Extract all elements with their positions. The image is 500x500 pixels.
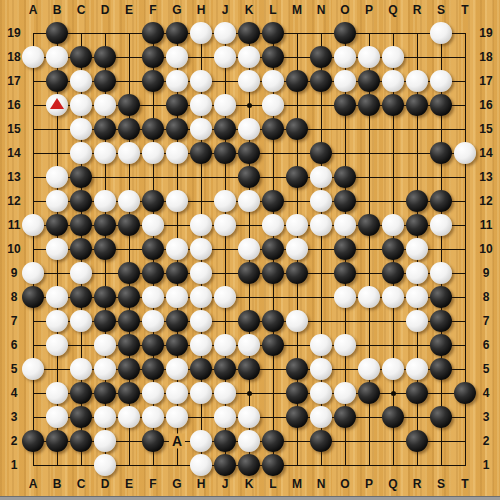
white-stone-B4[interactable]	[46, 382, 68, 404]
coord-col-bottom-R: R	[413, 477, 422, 491]
black-stone-O13[interactable]	[334, 166, 356, 188]
coord-col-top-N: N	[317, 3, 326, 17]
white-stone-P8[interactable]	[358, 286, 380, 308]
go-board[interactable]: A ABCDEFGHJKLMNOPQRST ABCDEFGHJKLMNOPQRS…	[0, 0, 500, 500]
white-stone-R8[interactable]	[406, 286, 428, 308]
black-stone-S6[interactable]	[430, 334, 452, 356]
white-stone-G12[interactable]	[166, 190, 188, 212]
black-stone-K19[interactable]	[238, 22, 260, 44]
white-stone-B8[interactable]	[46, 286, 68, 308]
black-stone-O9[interactable]	[334, 262, 356, 284]
white-stone-A11[interactable]	[22, 214, 44, 236]
white-stone-S11[interactable]	[430, 214, 452, 236]
white-stone-O6[interactable]	[334, 334, 356, 356]
white-stone-J16[interactable]	[214, 94, 236, 116]
white-stone-R10[interactable]	[406, 238, 428, 260]
black-stone-P16[interactable]	[358, 94, 380, 116]
white-stone-S17[interactable]	[430, 70, 452, 92]
black-stone-S14[interactable]	[430, 142, 452, 164]
white-stone-H8[interactable]	[190, 286, 212, 308]
coord-row-right-6: 6	[483, 338, 490, 352]
coord-row-left-14: 14	[7, 146, 20, 160]
black-stone-N18[interactable]	[310, 46, 332, 68]
coord-col-bottom-H: H	[197, 477, 206, 491]
white-stone-D6[interactable]	[94, 334, 116, 356]
white-stone-L16[interactable]	[262, 94, 284, 116]
star-point	[391, 391, 396, 396]
black-stone-K1[interactable]	[238, 454, 260, 476]
coord-col-bottom-J: J	[222, 477, 229, 491]
black-stone-P17[interactable]	[358, 70, 380, 92]
black-stone-L9[interactable]	[262, 262, 284, 284]
black-stone-C2[interactable]	[70, 430, 92, 452]
point-label-A[interactable]: A	[169, 434, 185, 449]
white-stone-A9[interactable]	[22, 262, 44, 284]
black-stone-E11[interactable]	[118, 214, 140, 236]
black-stone-O16[interactable]	[334, 94, 356, 116]
white-stone-Q17[interactable]	[382, 70, 404, 92]
coord-row-right-2: 2	[483, 434, 490, 448]
black-stone-N2[interactable]	[310, 430, 332, 452]
white-stone-L17[interactable]	[262, 70, 284, 92]
white-stone-P5[interactable]	[358, 358, 380, 380]
black-stone-J5[interactable]	[214, 358, 236, 380]
coord-row-left-7: 7	[11, 314, 18, 328]
black-stone-R16[interactable]	[406, 94, 428, 116]
black-stone-F19[interactable]	[142, 22, 164, 44]
white-stone-N12[interactable]	[310, 190, 332, 212]
coord-col-bottom-F: F	[149, 477, 156, 491]
white-stone-K10[interactable]	[238, 238, 260, 260]
white-stone-N4[interactable]	[310, 382, 332, 404]
white-stone-N13[interactable]	[310, 166, 332, 188]
black-stone-G6[interactable]	[166, 334, 188, 356]
coord-row-right-3: 3	[483, 410, 490, 424]
white-stone-K3[interactable]	[238, 406, 260, 428]
coord-col-bottom-O: O	[340, 477, 349, 491]
black-stone-N14[interactable]	[310, 142, 332, 164]
black-stone-P4[interactable]	[358, 382, 380, 404]
white-stone-N3[interactable]	[310, 406, 332, 428]
black-stone-E6[interactable]	[118, 334, 140, 356]
white-stone-D2[interactable]	[94, 430, 116, 452]
black-stone-M5[interactable]	[286, 358, 308, 380]
white-stone-D5[interactable]	[94, 358, 116, 380]
white-stone-B12[interactable]	[46, 190, 68, 212]
coord-row-right-9: 9	[483, 266, 490, 280]
black-stone-C8[interactable]	[70, 286, 92, 308]
coord-row-right-5: 5	[483, 362, 490, 376]
white-stone-O4[interactable]	[334, 382, 356, 404]
black-stone-D10[interactable]	[94, 238, 116, 260]
coord-row-right-19: 19	[479, 26, 492, 40]
black-stone-C18[interactable]	[70, 46, 92, 68]
coord-row-left-18: 18	[7, 50, 20, 64]
black-stone-J15[interactable]	[214, 118, 236, 140]
white-stone-M11[interactable]	[286, 214, 308, 236]
coord-col-top-B: B	[53, 3, 62, 17]
black-stone-S7[interactable]	[430, 310, 452, 332]
black-stone-L10[interactable]	[262, 238, 284, 260]
white-stone-D12[interactable]	[94, 190, 116, 212]
black-stone-H14[interactable]	[190, 142, 212, 164]
black-stone-E7[interactable]	[118, 310, 140, 332]
coord-row-left-8: 8	[11, 290, 18, 304]
black-stone-E8[interactable]	[118, 286, 140, 308]
white-stone-K2[interactable]	[238, 430, 260, 452]
coord-col-top-M: M	[292, 3, 302, 17]
white-stone-K18[interactable]	[238, 46, 260, 68]
black-stone-C4[interactable]	[70, 382, 92, 404]
white-stone-S19[interactable]	[430, 22, 452, 44]
black-stone-T4[interactable]	[454, 382, 476, 404]
black-stone-L18[interactable]	[262, 46, 284, 68]
coord-col-top-C: C	[77, 3, 86, 17]
black-stone-K7[interactable]	[238, 310, 260, 332]
coord-row-left-19: 19	[7, 26, 20, 40]
white-stone-S9[interactable]	[430, 262, 452, 284]
black-stone-K14[interactable]	[238, 142, 260, 164]
black-stone-A8[interactable]	[22, 286, 44, 308]
coord-row-left-17: 17	[7, 74, 20, 88]
coord-col-bottom-S: S	[437, 477, 445, 491]
coord-row-left-3: 3	[11, 410, 18, 424]
coord-row-right-14: 14	[479, 146, 492, 160]
black-stone-Q10[interactable]	[382, 238, 404, 260]
white-stone-K17[interactable]	[238, 70, 260, 92]
coord-row-right-1: 1	[483, 458, 490, 472]
black-stone-A2[interactable]	[22, 430, 44, 452]
coord-col-bottom-L: L	[269, 477, 276, 491]
coord-col-top-S: S	[437, 3, 445, 17]
black-stone-O19[interactable]	[334, 22, 356, 44]
coord-col-bottom-Q: Q	[388, 477, 397, 491]
coord-row-right-8: 8	[483, 290, 490, 304]
white-stone-H6[interactable]	[190, 334, 212, 356]
black-stone-K9[interactable]	[238, 262, 260, 284]
triangle-marker-last-move	[50, 98, 64, 109]
white-stone-J4[interactable]	[214, 382, 236, 404]
black-stone-B17[interactable]	[46, 70, 68, 92]
white-stone-A18[interactable]	[22, 46, 44, 68]
coord-col-bottom-G: G	[172, 477, 181, 491]
white-stone-M7[interactable]	[286, 310, 308, 332]
coord-row-left-2: 2	[11, 434, 18, 448]
white-stone-C7[interactable]	[70, 310, 92, 332]
white-stone-F14[interactable]	[142, 142, 164, 164]
coord-row-left-10: 10	[7, 242, 20, 256]
black-stone-E5[interactable]	[118, 358, 140, 380]
black-stone-G7[interactable]	[166, 310, 188, 332]
coord-row-left-11: 11	[8, 218, 21, 232]
white-stone-G4[interactable]	[166, 382, 188, 404]
coord-row-right-15: 15	[479, 122, 492, 136]
coord-col-top-P: P	[365, 3, 373, 17]
white-stone-F8[interactable]	[142, 286, 164, 308]
white-stone-F4[interactable]	[142, 382, 164, 404]
black-stone-F12[interactable]	[142, 190, 164, 212]
black-stone-S5[interactable]	[430, 358, 452, 380]
white-stone-F11[interactable]	[142, 214, 164, 236]
black-stone-S8[interactable]	[430, 286, 452, 308]
white-stone-P18[interactable]	[358, 46, 380, 68]
black-stone-D11[interactable]	[94, 214, 116, 236]
black-stone-J2[interactable]	[214, 430, 236, 452]
white-stone-H17[interactable]	[190, 70, 212, 92]
white-stone-O8[interactable]	[334, 286, 356, 308]
black-stone-F9[interactable]	[142, 262, 164, 284]
black-stone-B11[interactable]	[46, 214, 68, 236]
go-game-screenshot: A ABCDEFGHJKLMNOPQRST ABCDEFGHJKLMNOPQRS…	[0, 0, 500, 500]
white-stone-F7[interactable]	[142, 310, 164, 332]
white-stone-J18[interactable]	[214, 46, 236, 68]
coord-col-top-J: J	[222, 3, 229, 17]
white-stone-F3[interactable]	[142, 406, 164, 428]
coord-col-bottom-E: E	[125, 477, 133, 491]
white-stone-Q5[interactable]	[382, 358, 404, 380]
coord-row-right-13: 13	[479, 170, 492, 184]
black-stone-S16[interactable]	[430, 94, 452, 116]
white-stone-Q11[interactable]	[382, 214, 404, 236]
white-stone-R9[interactable]	[406, 262, 428, 284]
white-stone-H16[interactable]	[190, 94, 212, 116]
white-stone-K15[interactable]	[238, 118, 260, 140]
white-stone-G3[interactable]	[166, 406, 188, 428]
white-stone-H19[interactable]	[190, 22, 212, 44]
black-stone-F17[interactable]	[142, 70, 164, 92]
coord-col-top-G: G	[172, 3, 181, 17]
black-stone-N17[interactable]	[310, 70, 332, 92]
coord-row-left-15: 15	[7, 122, 20, 136]
black-stone-O3[interactable]	[334, 406, 356, 428]
coord-row-right-18: 18	[479, 50, 492, 64]
black-stone-G9[interactable]	[166, 262, 188, 284]
white-stone-J6[interactable]	[214, 334, 236, 356]
coord-row-right-4: 4	[483, 386, 490, 400]
black-stone-R11[interactable]	[406, 214, 428, 236]
white-stone-G17[interactable]	[166, 70, 188, 92]
coord-col-bottom-K: K	[245, 477, 254, 491]
coord-col-bottom-A: A	[29, 477, 38, 491]
black-stone-E4[interactable]	[118, 382, 140, 404]
black-stone-G16[interactable]	[166, 94, 188, 116]
white-stone-Q18[interactable]	[382, 46, 404, 68]
white-stone-C17[interactable]	[70, 70, 92, 92]
white-stone-D14[interactable]	[94, 142, 116, 164]
white-stone-G5[interactable]	[166, 358, 188, 380]
black-stone-G15[interactable]	[166, 118, 188, 140]
black-stone-L7[interactable]	[262, 310, 284, 332]
white-stone-C14[interactable]	[70, 142, 92, 164]
black-stone-L15[interactable]	[262, 118, 284, 140]
black-stone-B19[interactable]	[46, 22, 68, 44]
white-stone-L11[interactable]	[262, 214, 284, 236]
coord-col-top-K: K	[245, 3, 254, 17]
white-stone-H4[interactable]	[190, 382, 212, 404]
white-stone-C5[interactable]	[70, 358, 92, 380]
white-stone-R7[interactable]	[406, 310, 428, 332]
white-stone-H15[interactable]	[190, 118, 212, 140]
black-stone-R12[interactable]	[406, 190, 428, 212]
black-stone-L19[interactable]	[262, 22, 284, 44]
coord-row-left-4: 4	[11, 386, 18, 400]
coord-row-left-5: 5	[11, 362, 18, 376]
board-bottom-edge	[0, 496, 500, 500]
white-stone-G18[interactable]	[166, 46, 188, 68]
coord-col-top-L: L	[269, 3, 276, 17]
white-stone-M10[interactable]	[286, 238, 308, 260]
black-stone-M17[interactable]	[286, 70, 308, 92]
white-stone-N11[interactable]	[310, 214, 332, 236]
white-stone-D3[interactable]	[94, 406, 116, 428]
black-stone-E15[interactable]	[118, 118, 140, 140]
coord-row-left-13: 13	[7, 170, 20, 184]
black-stone-M3[interactable]	[286, 406, 308, 428]
black-stone-Q9[interactable]	[382, 262, 404, 284]
black-stone-M9[interactable]	[286, 262, 308, 284]
black-stone-D17[interactable]	[94, 70, 116, 92]
black-stone-G19[interactable]	[166, 22, 188, 44]
black-stone-F5[interactable]	[142, 358, 164, 380]
black-stone-M4[interactable]	[286, 382, 308, 404]
white-stone-T14[interactable]	[454, 142, 476, 164]
coord-row-right-17: 17	[479, 74, 492, 88]
white-stone-O18[interactable]	[334, 46, 356, 68]
white-stone-C16[interactable]	[70, 94, 92, 116]
coord-col-top-T: T	[461, 3, 468, 17]
black-stone-C11[interactable]	[70, 214, 92, 236]
white-stone-G10[interactable]	[166, 238, 188, 260]
white-stone-B18[interactable]	[46, 46, 68, 68]
white-stone-H9[interactable]	[190, 262, 212, 284]
black-stone-F18[interactable]	[142, 46, 164, 68]
white-stone-E3[interactable]	[118, 406, 140, 428]
coord-row-left-6: 6	[11, 338, 18, 352]
white-stone-E12[interactable]	[118, 190, 140, 212]
black-stone-F10[interactable]	[142, 238, 164, 260]
black-stone-Q3[interactable]	[382, 406, 404, 428]
coord-row-right-7: 7	[483, 314, 490, 328]
white-stone-E14[interactable]	[118, 142, 140, 164]
white-stone-H2[interactable]	[190, 430, 212, 452]
white-stone-K12[interactable]	[238, 190, 260, 212]
coord-col-bottom-B: B	[53, 477, 62, 491]
black-stone-D18[interactable]	[94, 46, 116, 68]
black-stone-O10[interactable]	[334, 238, 356, 260]
white-stone-C15[interactable]	[70, 118, 92, 140]
white-stone-G8[interactable]	[166, 286, 188, 308]
white-stone-H1[interactable]	[190, 454, 212, 476]
black-stone-S12[interactable]	[430, 190, 452, 212]
black-stone-C3[interactable]	[70, 406, 92, 428]
black-stone-K5[interactable]	[238, 358, 260, 380]
white-stone-J12[interactable]	[214, 190, 236, 212]
white-stone-H11[interactable]	[190, 214, 212, 236]
coord-row-left-16: 16	[7, 98, 20, 112]
white-stone-A5[interactable]	[22, 358, 44, 380]
black-stone-O12[interactable]	[334, 190, 356, 212]
black-stone-B2[interactable]	[46, 430, 68, 452]
white-stone-N5[interactable]	[310, 358, 332, 380]
black-stone-M13[interactable]	[286, 166, 308, 188]
white-stone-H10[interactable]	[190, 238, 212, 260]
coord-col-top-A: A	[29, 3, 38, 17]
black-stone-L1[interactable]	[262, 454, 284, 476]
black-stone-C12[interactable]	[70, 190, 92, 212]
white-stone-Q8[interactable]	[382, 286, 404, 308]
black-stone-F15[interactable]	[142, 118, 164, 140]
white-stone-R5[interactable]	[406, 358, 428, 380]
black-stone-S3[interactable]	[430, 406, 452, 428]
black-stone-J14[interactable]	[214, 142, 236, 164]
black-stone-M15[interactable]	[286, 118, 308, 140]
black-stone-D7[interactable]	[94, 310, 116, 332]
white-stone-H7[interactable]	[190, 310, 212, 332]
white-stone-B3[interactable]	[46, 406, 68, 428]
coord-col-bottom-C: C	[77, 477, 86, 491]
black-stone-E9[interactable]	[118, 262, 140, 284]
coord-row-left-1: 1	[11, 458, 18, 472]
black-stone-Q16[interactable]	[382, 94, 404, 116]
black-stone-R4[interactable]	[406, 382, 428, 404]
coord-col-bottom-M: M	[292, 477, 302, 491]
white-stone-O17[interactable]	[334, 70, 356, 92]
black-stone-D15[interactable]	[94, 118, 116, 140]
black-stone-L12[interactable]	[262, 190, 284, 212]
black-stone-C10[interactable]	[70, 238, 92, 260]
coord-col-top-F: F	[149, 3, 156, 17]
black-stone-P11[interactable]	[358, 214, 380, 236]
coord-col-bottom-T: T	[461, 477, 468, 491]
black-stone-R2[interactable]	[406, 430, 428, 452]
coord-row-right-12: 12	[479, 194, 492, 208]
white-stone-D1[interactable]	[94, 454, 116, 476]
white-stone-J8[interactable]	[214, 286, 236, 308]
white-stone-O11[interactable]	[334, 214, 356, 236]
white-stone-J19[interactable]	[214, 22, 236, 44]
black-stone-E16[interactable]	[118, 94, 140, 116]
black-stone-H5[interactable]	[190, 358, 212, 380]
black-stone-F6[interactable]	[142, 334, 164, 356]
coord-col-top-R: R	[413, 3, 422, 17]
white-stone-J11[interactable]	[214, 214, 236, 236]
black-stone-D8[interactable]	[94, 286, 116, 308]
white-stone-K6[interactable]	[238, 334, 260, 356]
white-stone-B10[interactable]	[46, 238, 68, 260]
black-stone-J1[interactable]	[214, 454, 236, 476]
white-stone-B7[interactable]	[46, 310, 68, 332]
star-point	[247, 103, 252, 108]
black-stone-F2[interactable]	[142, 430, 164, 452]
coord-col-bottom-N: N	[317, 477, 326, 491]
black-stone-L6[interactable]	[262, 334, 284, 356]
white-stone-D16[interactable]	[94, 94, 116, 116]
white-stone-B6[interactable]	[46, 334, 68, 356]
black-stone-D4[interactable]	[94, 382, 116, 404]
white-stone-C9[interactable]	[70, 262, 92, 284]
white-stone-R17[interactable]	[406, 70, 428, 92]
white-stone-N6[interactable]	[310, 334, 332, 356]
coord-col-top-E: E	[125, 3, 133, 17]
black-stone-C13[interactable]	[70, 166, 92, 188]
white-stone-G14[interactable]	[166, 142, 188, 164]
black-stone-K13[interactable]	[238, 166, 260, 188]
white-stone-B13[interactable]	[46, 166, 68, 188]
coord-col-top-O: O	[340, 3, 349, 17]
coord-col-top-Q: Q	[388, 3, 397, 17]
white-stone-J3[interactable]	[214, 406, 236, 428]
black-stone-L2[interactable]	[262, 430, 284, 452]
